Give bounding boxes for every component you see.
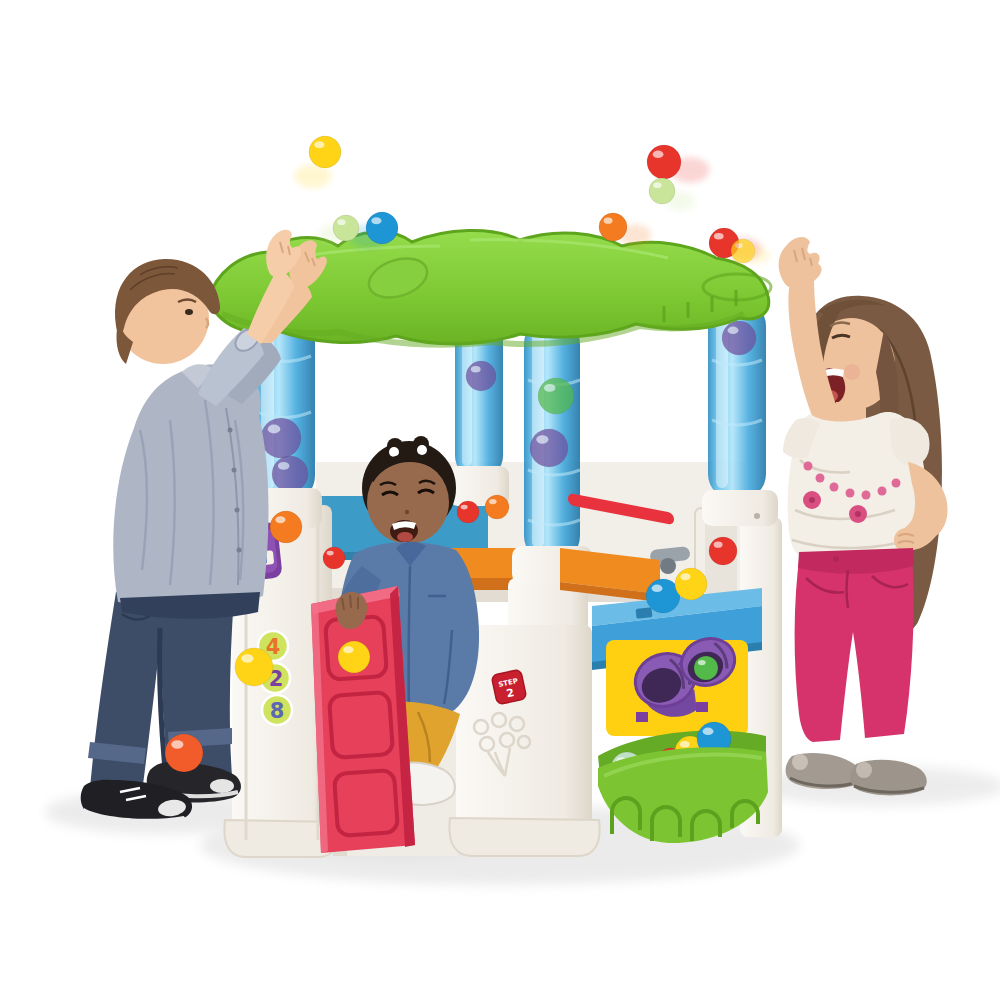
boy-shoe-back-toe bbox=[210, 779, 234, 793]
ball-light-green bbox=[319, 215, 359, 244]
ball-body bbox=[694, 656, 718, 680]
ball-highlight bbox=[728, 327, 739, 334]
ball-highlight bbox=[171, 740, 183, 748]
ball-yellow bbox=[731, 239, 771, 264]
garland-dot bbox=[846, 489, 855, 498]
girl-center-tongue bbox=[397, 532, 413, 542]
ball-highlight bbox=[241, 654, 253, 662]
ball-yellow bbox=[338, 641, 370, 673]
ball-body bbox=[457, 501, 479, 523]
ball-purple bbox=[530, 429, 568, 467]
spinner-wheel bbox=[660, 558, 676, 574]
ball-purple bbox=[261, 418, 301, 458]
ball-highlight bbox=[604, 218, 613, 224]
door-knob-ball bbox=[338, 641, 370, 673]
hair-bead-right bbox=[417, 445, 427, 455]
button bbox=[228, 428, 233, 433]
ball-red-orange bbox=[165, 734, 203, 772]
ball-orange bbox=[485, 495, 509, 519]
boy-eye bbox=[185, 309, 193, 315]
ball-highlight bbox=[489, 499, 497, 504]
ball-highlight bbox=[680, 741, 690, 748]
ball-body bbox=[323, 547, 345, 569]
garland-dot bbox=[878, 487, 887, 496]
ball-highlight bbox=[652, 585, 663, 592]
ball-orange bbox=[270, 511, 302, 543]
ball-highlight bbox=[337, 219, 345, 225]
ball-body bbox=[338, 641, 370, 673]
ball-body bbox=[333, 215, 359, 241]
shoe-pompom-left bbox=[792, 754, 808, 770]
ball-highlight bbox=[327, 551, 334, 556]
garland-dot bbox=[862, 491, 871, 500]
ball-body bbox=[709, 537, 737, 565]
ball-highlight bbox=[471, 366, 481, 373]
boy-shirt bbox=[113, 364, 268, 607]
ball-highlight bbox=[268, 425, 281, 434]
garland-dot bbox=[892, 479, 901, 488]
ball-highlight bbox=[714, 233, 724, 240]
ball-green bbox=[538, 378, 574, 414]
ball-body bbox=[599, 213, 627, 241]
red-door bbox=[311, 586, 415, 853]
ball-highlight bbox=[735, 243, 743, 248]
post-skirt bbox=[449, 818, 599, 856]
button bbox=[235, 508, 240, 513]
step2-logo: STEP 2 bbox=[491, 669, 527, 705]
ball-body bbox=[530, 429, 568, 467]
girl-right-figure bbox=[779, 237, 948, 795]
ball-highlight bbox=[653, 182, 661, 188]
garland-dot bbox=[816, 474, 825, 483]
garland-dot bbox=[830, 483, 839, 492]
ball-body bbox=[261, 418, 301, 458]
button bbox=[232, 468, 237, 473]
ball-body bbox=[309, 136, 341, 168]
ball-red bbox=[709, 537, 737, 565]
girl-right-raised-hand bbox=[779, 237, 822, 288]
ball-light-green bbox=[649, 178, 695, 211]
girl-right-cheek bbox=[844, 364, 860, 380]
product-photo: 4 2 8 STEP 2 bbox=[0, 0, 1000, 1000]
pants-button bbox=[833, 556, 839, 562]
girl-right-pants bbox=[795, 550, 914, 742]
ball-highlight bbox=[544, 384, 556, 392]
ball-yellow bbox=[675, 568, 707, 600]
ball-body bbox=[270, 511, 302, 543]
scene-svg: 4 2 8 STEP 2 bbox=[0, 0, 1000, 1000]
ball-red bbox=[647, 145, 710, 183]
ball-body bbox=[485, 495, 509, 519]
ball-highlight bbox=[698, 660, 706, 665]
ball-purple bbox=[272, 456, 308, 492]
ball-highlight bbox=[680, 573, 690, 580]
button bbox=[237, 548, 242, 553]
column-screw bbox=[754, 513, 760, 519]
ball-body bbox=[722, 321, 756, 355]
ball-highlight bbox=[275, 516, 285, 523]
number-8: 8 bbox=[270, 699, 285, 723]
ball-body bbox=[366, 212, 398, 244]
ball-body bbox=[466, 361, 496, 391]
girl-center-nose bbox=[405, 510, 409, 514]
ball-yellow bbox=[295, 136, 341, 188]
ball-yellow bbox=[235, 648, 273, 686]
ball-green bbox=[694, 656, 718, 680]
ball-body bbox=[272, 456, 308, 492]
ball-purple bbox=[722, 321, 756, 355]
ball-body bbox=[675, 568, 707, 600]
garland-dot bbox=[804, 462, 813, 471]
ball-highlight bbox=[314, 141, 324, 148]
ball-highlight bbox=[343, 646, 353, 653]
ball-body bbox=[538, 378, 574, 414]
ball-red bbox=[457, 501, 479, 523]
ball-highlight bbox=[703, 728, 714, 735]
ball-body bbox=[649, 178, 675, 204]
ball-highlight bbox=[653, 151, 664, 158]
ball-highlight bbox=[714, 542, 723, 548]
garland-flower-center bbox=[809, 497, 815, 503]
garland-flower-center bbox=[855, 511, 861, 517]
pillar-collar-right bbox=[702, 490, 778, 526]
ball-highlight bbox=[278, 462, 290, 470]
ball-body bbox=[731, 239, 755, 263]
ball-red bbox=[323, 547, 345, 569]
ball-highlight bbox=[371, 217, 381, 224]
ball-highlight bbox=[536, 435, 548, 443]
ball-body bbox=[165, 734, 203, 772]
ball-purple bbox=[466, 361, 496, 391]
ball-body bbox=[647, 145, 681, 179]
ball-highlight bbox=[461, 505, 468, 510]
ball-body bbox=[235, 648, 273, 686]
track-stop bbox=[636, 607, 653, 619]
shoe-pompom-right bbox=[856, 762, 872, 778]
